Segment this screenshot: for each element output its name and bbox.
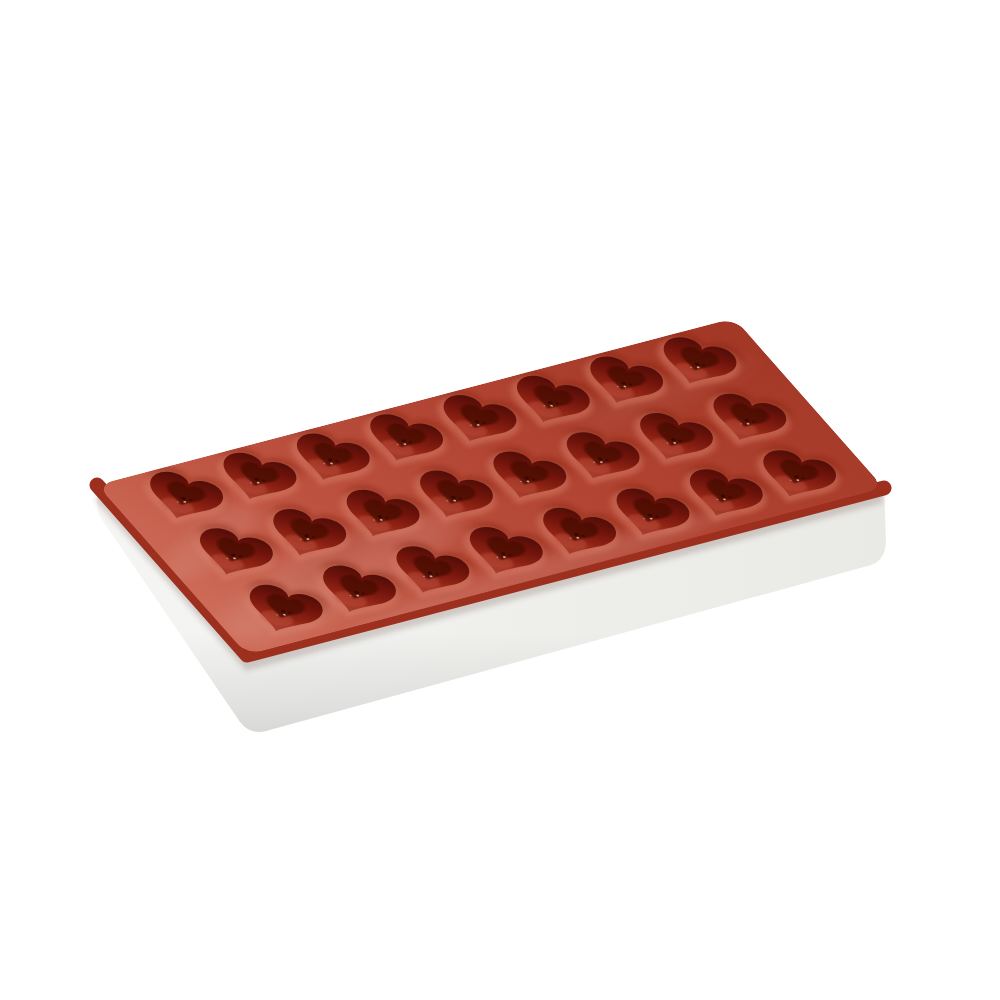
- product-photo: [0, 0, 1000, 1000]
- mold-tray-illustration: [0, 0, 1000, 1000]
